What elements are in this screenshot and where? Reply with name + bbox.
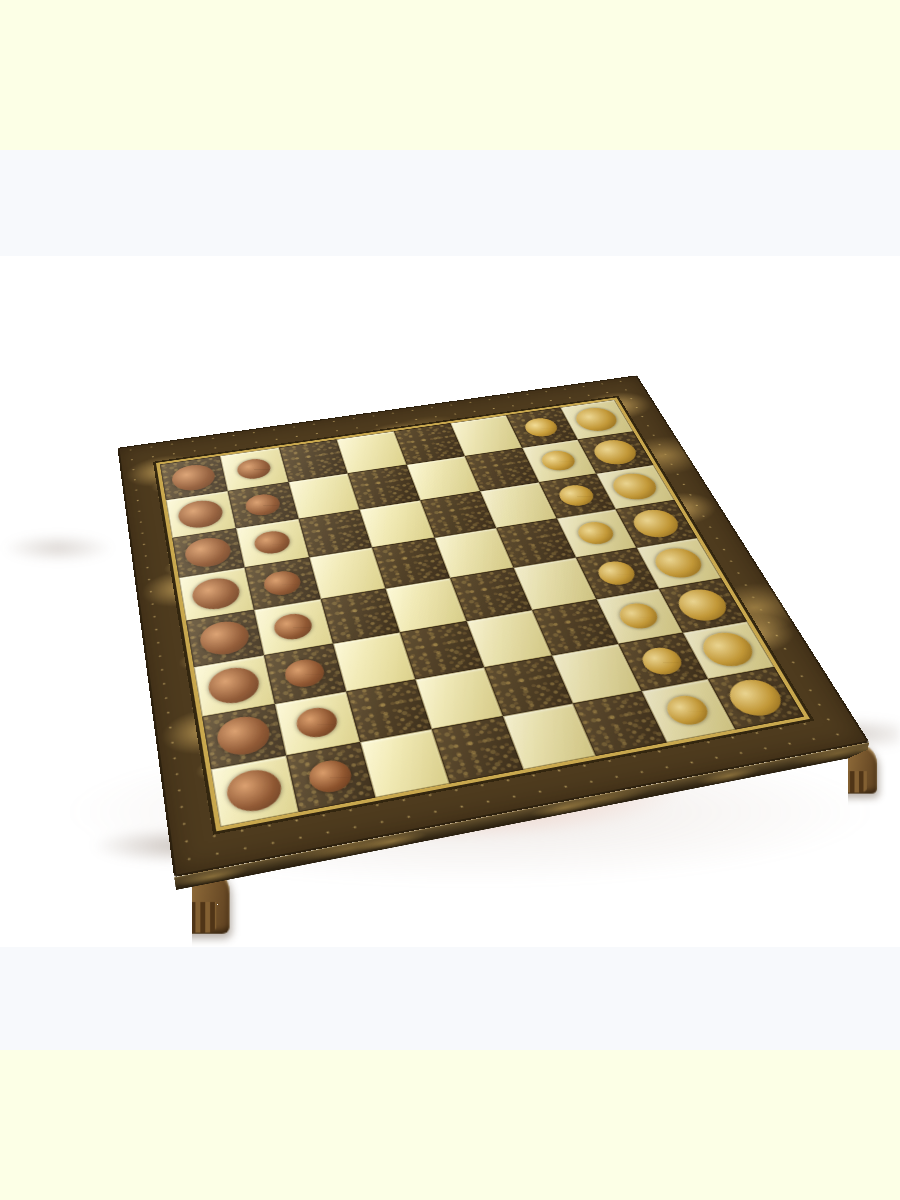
- square-r8c1: ♜: [211, 756, 299, 827]
- chess-board: ♜♟♟♜♞♟♟♞♝♟♟♝♛♟♟♛♚♟♟♚♝♟♟♝♞♟♟♞♜♟♟♜: [117, 375, 869, 877]
- board-marble-border: ♜♟♟♜♞♟♟♞♝♟♟♝♛♟♟♛♚♟♟♚♝♟♟♝♞♟♟♞♜♟♟♜: [117, 375, 869, 877]
- chess-scene: ♜♟♟♜♞♟♟♞♝♟♟♝♛♟♟♛♚♟♟♚♝♟♟♝♞♟♟♞♜♟♟♜: [0, 0, 900, 1200]
- square-r8c8: ♜: [708, 667, 804, 729]
- rook-glyph: ♜: [728, 639, 785, 703]
- board-field: ♜♟♟♜♞♟♟♞♝♟♟♝♛♟♟♛♚♟♟♚♝♟♟♝♞♟♟♞♜♟♟♜: [156, 397, 810, 831]
- pawn-glyph: ♟: [294, 676, 340, 727]
- pawn-glyph: ♟: [306, 727, 354, 780]
- square-r4c4: [372, 538, 450, 589]
- square-r8c2: ♟: [286, 742, 375, 812]
- pawn-glyph: ♟: [665, 663, 711, 714]
- pawn-glyph: ♟: [282, 627, 326, 677]
- rook-glyph: ♜: [224, 728, 285, 796]
